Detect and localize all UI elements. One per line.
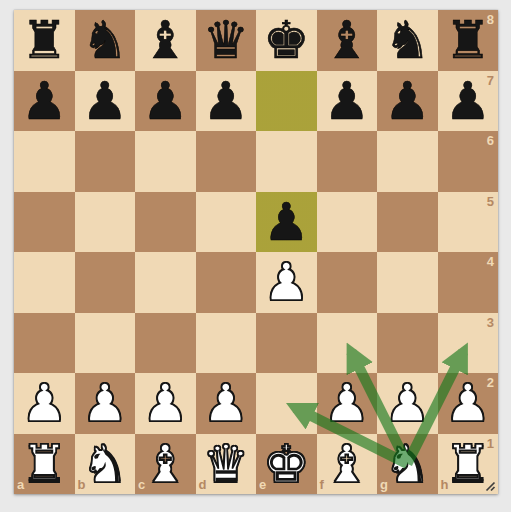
square-e3[interactable] xyxy=(256,313,317,374)
square-e1[interactable]: e♚ xyxy=(256,434,317,495)
rank-label-2: 2 xyxy=(487,376,494,389)
square-e2[interactable] xyxy=(256,373,317,434)
square-g1[interactable]: g♞ xyxy=(377,434,438,495)
file-label-f: f xyxy=(320,478,324,491)
square-h8[interactable]: 8♜ xyxy=(438,10,499,71)
square-f4[interactable] xyxy=(317,252,378,313)
white-pawn-a2[interactable]: ♟ xyxy=(14,373,75,434)
page-background: ♜♞♝♛♚♝♞8♜♟♟♟♟♟♟7♟6♟5♟43♟♟♟♟♟♟2♟a♜b♞c♝d♛e… xyxy=(0,0,511,512)
black-knight-b8[interactable]: ♞ xyxy=(75,10,136,71)
square-g6[interactable] xyxy=(377,131,438,192)
white-pawn-e4[interactable]: ♟ xyxy=(256,252,317,313)
square-b2[interactable]: ♟ xyxy=(75,373,136,434)
black-pawn-g7[interactable]: ♟ xyxy=(377,71,438,132)
square-b6[interactable] xyxy=(75,131,136,192)
rank-label-3: 3 xyxy=(487,316,494,329)
black-queen-d8[interactable]: ♛ xyxy=(196,10,257,71)
square-d6[interactable] xyxy=(196,131,257,192)
square-f5[interactable] xyxy=(317,192,378,253)
square-a5[interactable] xyxy=(14,192,75,253)
square-b1[interactable]: b♞ xyxy=(75,434,136,495)
square-e6[interactable] xyxy=(256,131,317,192)
square-g7[interactable]: ♟ xyxy=(377,71,438,132)
square-c5[interactable] xyxy=(135,192,196,253)
rank-label-5: 5 xyxy=(487,195,494,208)
square-b5[interactable] xyxy=(75,192,136,253)
black-pawn-e5[interactable]: ♟ xyxy=(256,192,317,253)
board-resize-handle[interactable] xyxy=(483,479,496,492)
square-f6[interactable] xyxy=(317,131,378,192)
square-d5[interactable] xyxy=(196,192,257,253)
rank-label-4: 4 xyxy=(487,255,494,268)
white-pawn-g2[interactable]: ♟ xyxy=(377,373,438,434)
square-g8[interactable]: ♞ xyxy=(377,10,438,71)
square-d1[interactable]: d♛ xyxy=(196,434,257,495)
square-h5[interactable]: 5 xyxy=(438,192,499,253)
square-c8[interactable]: ♝ xyxy=(135,10,196,71)
black-pawn-d7[interactable]: ♟ xyxy=(196,71,257,132)
square-b3[interactable] xyxy=(75,313,136,374)
square-b8[interactable]: ♞ xyxy=(75,10,136,71)
black-rook-a8[interactable]: ♜ xyxy=(14,10,75,71)
square-f1[interactable]: f♝ xyxy=(317,434,378,495)
square-d2[interactable]: ♟ xyxy=(196,373,257,434)
square-h3[interactable]: 3 xyxy=(438,313,499,374)
file-label-c: c xyxy=(138,478,145,491)
square-b4[interactable] xyxy=(75,252,136,313)
black-king-e8[interactable]: ♚ xyxy=(256,10,317,71)
square-a3[interactable] xyxy=(14,313,75,374)
square-g3[interactable] xyxy=(377,313,438,374)
black-pawn-b7[interactable]: ♟ xyxy=(75,71,136,132)
square-e4[interactable]: ♟ xyxy=(256,252,317,313)
square-f2[interactable]: ♟ xyxy=(317,373,378,434)
square-b7[interactable]: ♟ xyxy=(75,71,136,132)
square-c7[interactable]: ♟ xyxy=(135,71,196,132)
square-f3[interactable] xyxy=(317,313,378,374)
black-bishop-c8[interactable]: ♝ xyxy=(135,10,196,71)
square-g4[interactable] xyxy=(377,252,438,313)
square-f8[interactable]: ♝ xyxy=(317,10,378,71)
white-pawn-d2[interactable]: ♟ xyxy=(196,373,257,434)
file-label-a: a xyxy=(17,478,24,491)
white-pawn-f2[interactable]: ♟ xyxy=(317,373,378,434)
white-bishop-f1[interactable]: ♝ xyxy=(317,434,378,495)
black-bishop-f8[interactable]: ♝ xyxy=(317,10,378,71)
square-d4[interactable] xyxy=(196,252,257,313)
rank-label-8: 8 xyxy=(487,13,494,26)
rank-label-7: 7 xyxy=(487,74,494,87)
file-label-h: h xyxy=(441,478,449,491)
black-pawn-a7[interactable]: ♟ xyxy=(14,71,75,132)
square-e8[interactable]: ♚ xyxy=(256,10,317,71)
file-label-b: b xyxy=(78,478,86,491)
file-label-g: g xyxy=(380,478,388,491)
rank-label-1: 1 xyxy=(487,437,494,450)
white-pawn-c2[interactable]: ♟ xyxy=(135,373,196,434)
square-d7[interactable]: ♟ xyxy=(196,71,257,132)
square-d3[interactable] xyxy=(196,313,257,374)
square-g5[interactable] xyxy=(377,192,438,253)
square-c4[interactable] xyxy=(135,252,196,313)
square-g2[interactable]: ♟ xyxy=(377,373,438,434)
square-h4[interactable]: 4 xyxy=(438,252,499,313)
square-f7[interactable]: ♟ xyxy=(317,71,378,132)
square-a4[interactable] xyxy=(14,252,75,313)
square-h6[interactable]: 6 xyxy=(438,131,499,192)
white-pawn-b2[interactable]: ♟ xyxy=(75,373,136,434)
black-pawn-c7[interactable]: ♟ xyxy=(135,71,196,132)
square-a7[interactable]: ♟ xyxy=(14,71,75,132)
square-c6[interactable] xyxy=(135,131,196,192)
chess-board: ♜♞♝♛♚♝♞8♜♟♟♟♟♟♟7♟6♟5♟43♟♟♟♟♟♟2♟a♜b♞c♝d♛e… xyxy=(14,10,498,494)
square-h2[interactable]: 2♟ xyxy=(438,373,499,434)
black-knight-g8[interactable]: ♞ xyxy=(377,10,438,71)
square-a8[interactable]: ♜ xyxy=(14,10,75,71)
square-d8[interactable]: ♛ xyxy=(196,10,257,71)
square-a2[interactable]: ♟ xyxy=(14,373,75,434)
square-a6[interactable] xyxy=(14,131,75,192)
black-pawn-f7[interactable]: ♟ xyxy=(317,71,378,132)
square-e5[interactable]: ♟ xyxy=(256,192,317,253)
square-h7[interactable]: 7♟ xyxy=(438,71,499,132)
rank-label-6: 6 xyxy=(487,134,494,147)
square-a1[interactable]: a♜ xyxy=(14,434,75,495)
square-c3[interactable] xyxy=(135,313,196,374)
file-label-e: e xyxy=(259,478,266,491)
file-label-d: d xyxy=(199,478,207,491)
square-c2[interactable]: ♟ xyxy=(135,373,196,434)
square-c1[interactable]: c♝ xyxy=(135,434,196,495)
square-e7[interactable] xyxy=(256,71,317,132)
